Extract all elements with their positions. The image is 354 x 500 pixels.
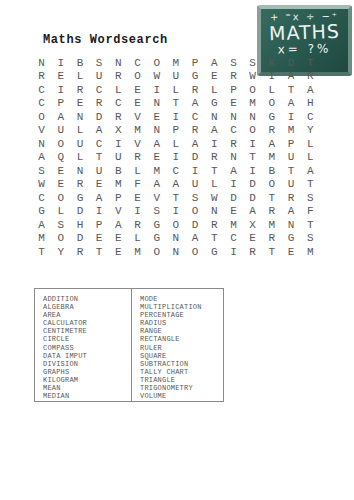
grid-cell: O <box>243 83 262 97</box>
word-list-box: ADDITIONALGEBRAAREACALCULATORCENTIMETREC… <box>34 288 224 402</box>
grid-cell: A <box>205 56 224 70</box>
grid-cell: Q <box>51 151 70 165</box>
grid-cell: N <box>32 137 51 151</box>
grid-cell: N <box>224 151 243 165</box>
grid-cell: C <box>224 124 243 138</box>
grid-cell: O <box>262 178 281 192</box>
grid-cell: A <box>186 97 205 111</box>
grid-cell: I <box>262 70 281 84</box>
chalkboard-symbols-bottom: x= ?% <box>261 41 348 57</box>
grid-cell: G <box>32 205 51 219</box>
grid-cell: T <box>32 245 51 259</box>
grid-cell: X <box>109 124 128 138</box>
grid-cell: R <box>128 151 147 165</box>
grid-cell: S <box>301 191 320 205</box>
grid-cell: M <box>166 56 185 70</box>
grid-cell: I <box>281 110 300 124</box>
word-list-item: RANGE <box>140 327 223 335</box>
grid-cell: O <box>166 218 185 232</box>
grid-cell: C <box>90 137 109 151</box>
grid-cell: W <box>147 70 166 84</box>
grid-cell: O <box>32 110 51 124</box>
grid-cell: R <box>205 218 224 232</box>
grid-cell: O <box>186 205 205 219</box>
grid-cell: A <box>224 164 243 178</box>
word-list-item: CENTIMETRE <box>43 327 131 335</box>
grid-cell: A <box>147 178 166 192</box>
grid-cell: W <box>32 178 51 192</box>
wordsearch-grid: NIBSNCOMPASSKDTRELUROWUGERWIARCIRCLEILRL… <box>32 56 320 259</box>
grid-cell: M <box>224 218 243 232</box>
grid-cell: R <box>262 124 281 138</box>
grid-cell: F <box>128 178 147 192</box>
grid-cell: A <box>243 205 262 219</box>
grid-cell: N <box>70 110 89 124</box>
grid-cell: G <box>147 232 166 246</box>
grid-cell: V <box>128 137 147 151</box>
grid-cell: I <box>51 56 70 70</box>
grid-cell: U <box>90 70 109 84</box>
word-list-item: RADIUS <box>140 319 223 327</box>
grid-cell: N <box>32 56 51 70</box>
grid-cell: A <box>32 218 51 232</box>
grid-cell: T <box>90 151 109 165</box>
grid-cell: R <box>32 70 51 84</box>
grid-cell: Y <box>51 245 70 259</box>
grid-cell: I <box>224 178 243 192</box>
grid-cell: R <box>205 151 224 165</box>
grid-cell: T <box>205 232 224 246</box>
grid-cell: S <box>90 56 109 70</box>
grid-cell: D <box>281 56 300 70</box>
grid-cell: G <box>186 70 205 84</box>
grid-cell: E <box>224 205 243 219</box>
word-list-item: DIVISION <box>43 360 131 368</box>
grid-cell: T <box>301 178 320 192</box>
word-list-item: TRIANGLE <box>140 376 223 384</box>
grid-cell: S <box>32 164 51 178</box>
grid-cell: R <box>224 137 243 151</box>
grid-cell: L <box>109 83 128 97</box>
word-list-item: MEAN <box>43 384 131 392</box>
grid-cell: U <box>166 70 185 84</box>
page-title: Maths Wordsearch <box>43 33 168 47</box>
grid-cell: I <box>51 83 70 97</box>
grid-cell: G <box>281 232 300 246</box>
grid-cell: I <box>243 137 262 151</box>
word-list-item: TALLY CHART <box>140 368 223 376</box>
grid-cell: O <box>262 97 281 111</box>
grid-cell: L <box>166 83 185 97</box>
grid-cell: T <box>262 191 281 205</box>
grid-cell: F <box>301 205 320 219</box>
grid-cell: R <box>243 245 262 259</box>
grid-cell: R <box>262 205 281 219</box>
grid-cell: C <box>186 110 205 124</box>
grid-cell: L <box>205 178 224 192</box>
grid-cell: V <box>147 191 166 205</box>
grid-cell: C <box>109 97 128 111</box>
grid-cell: I <box>186 164 205 178</box>
grid-cell: I <box>90 205 109 219</box>
grid-cell: N <box>281 218 300 232</box>
grid-cell: A <box>301 83 320 97</box>
grid-cell: A <box>51 110 70 124</box>
grid-cell: M <box>243 97 262 111</box>
grid-cell: T <box>281 83 300 97</box>
grid-cell: N <box>147 124 166 138</box>
grid-cell: M <box>32 232 51 246</box>
grid-cell: R <box>70 83 89 97</box>
grid-cell: G <box>205 245 224 259</box>
grid-cell: I <box>128 205 147 219</box>
grid-cell: A <box>281 70 300 84</box>
grid-cell: R <box>186 124 205 138</box>
grid-cell: A <box>32 151 51 165</box>
grid-cell: M <box>128 245 147 259</box>
grid-cell: T <box>90 245 109 259</box>
grid-cell: P <box>109 191 128 205</box>
grid-cell: N <box>70 164 89 178</box>
grid-cell: E <box>90 178 109 192</box>
grid-cell: I <box>205 137 224 151</box>
grid-cell: S <box>243 56 262 70</box>
grid-cell: P <box>224 83 243 97</box>
word-list-item: ALGEBRA <box>43 303 131 311</box>
grid-cell: N <box>147 97 166 111</box>
word-list-item: MULTIPLICATION <box>140 303 223 311</box>
word-list-item: COMPASS <box>43 344 131 352</box>
grid-cell: H <box>70 218 89 232</box>
grid-cell: I <box>166 205 185 219</box>
grid-cell: L <box>128 164 147 178</box>
grid-cell: L <box>301 137 320 151</box>
grid-cell: L <box>166 137 185 151</box>
grid-cell: E <box>243 232 262 246</box>
grid-cell: D <box>186 151 205 165</box>
grid-cell: S <box>224 56 243 70</box>
grid-cell: A <box>109 218 128 232</box>
grid-cell: P <box>186 56 205 70</box>
grid-cell: S <box>147 205 166 219</box>
grid-cell: P <box>90 218 109 232</box>
grid-cell: I <box>147 83 166 97</box>
grid-cell: A <box>281 205 300 219</box>
grid-cell: O <box>243 124 262 138</box>
grid-cell: I <box>166 110 185 124</box>
grid-cell: B <box>262 164 281 178</box>
grid-cell: O <box>51 137 70 151</box>
grid-cell: D <box>243 191 262 205</box>
word-list-item: TRIGONOMETRY <box>140 384 223 392</box>
grid-cell: E <box>147 110 166 124</box>
grid-cell: H <box>301 97 320 111</box>
word-list-item: DATA IMPUT <box>43 352 131 360</box>
grid-cell: A <box>166 178 185 192</box>
grid-cell: G <box>205 97 224 111</box>
grid-cell: M <box>281 124 300 138</box>
grid-cell: T <box>166 97 185 111</box>
grid-cell: B <box>70 56 89 70</box>
grid-cell: E <box>51 178 70 192</box>
word-list-right-column: MODEMULTIPLICATIONPERCENTAGERADIUSRANGER… <box>132 289 223 401</box>
grid-cell: A <box>147 137 166 151</box>
grid-cell: P <box>281 137 300 151</box>
grid-cell: L <box>301 151 320 165</box>
grid-cell: L <box>70 124 89 138</box>
grid-cell: T <box>243 151 262 165</box>
grid-cell: G <box>70 191 89 205</box>
grid-cell: U <box>70 137 89 151</box>
grid-cell: X <box>243 218 262 232</box>
grid-cell: O <box>51 191 70 205</box>
grid-cell: E <box>109 245 128 259</box>
word-list-item: RECTANGLE <box>140 335 223 343</box>
grid-cell: C <box>32 97 51 111</box>
grid-cell: S <box>51 218 70 232</box>
grid-cell: R <box>281 191 300 205</box>
word-list-item: VOLUME <box>140 392 223 400</box>
grid-cell: V <box>128 110 147 124</box>
grid-cell: I <box>224 245 243 259</box>
word-list-item: ADDITION <box>43 295 131 303</box>
grid-cell: E <box>51 164 70 178</box>
grid-cell: C <box>90 83 109 97</box>
grid-cell: E <box>224 97 243 111</box>
grid-cell: D <box>243 178 262 192</box>
grid-cell: L <box>205 83 224 97</box>
grid-cell: E <box>51 70 70 84</box>
grid-cell: U <box>51 124 70 138</box>
word-list-item: CIRCLE <box>43 335 131 343</box>
grid-cell: C <box>32 83 51 97</box>
grid-cell: M <box>301 245 320 259</box>
grid-cell: T <box>301 56 320 70</box>
grid-cell: N <box>243 110 262 124</box>
word-list-item: GRAPHS <box>43 368 131 376</box>
grid-cell: O <box>51 232 70 246</box>
grid-cell: A <box>262 137 281 151</box>
grid-cell: U <box>90 164 109 178</box>
grid-cell: W <box>205 191 224 205</box>
grid-cell: A <box>205 124 224 138</box>
grid-cell: M <box>147 164 166 178</box>
grid-cell: M <box>128 124 147 138</box>
grid-cell: P <box>51 97 70 111</box>
grid-cell: D <box>186 218 205 232</box>
grid-cell: E <box>147 151 166 165</box>
grid-cell: C <box>301 110 320 124</box>
grid-cell: E <box>128 83 147 97</box>
chalkboard-maths-word: MATHS <box>261 20 349 43</box>
grid-cell: O <box>128 70 147 84</box>
grid-cell: U <box>281 151 300 165</box>
grid-cell: A <box>186 232 205 246</box>
word-list-item: SUBTRACTION <box>140 360 223 368</box>
grid-cell: N <box>166 232 185 246</box>
word-list-item: SQUARE <box>140 352 223 360</box>
grid-cell: G <box>147 218 166 232</box>
grid-cell: U <box>281 178 300 192</box>
grid-cell: O <box>147 245 166 259</box>
word-list-item: KILOGRAM <box>43 376 131 384</box>
grid-cell: I <box>109 137 128 151</box>
grid-cell: L <box>262 83 281 97</box>
grid-cell: R <box>262 232 281 246</box>
grid-cell: L <box>70 151 89 165</box>
grid-cell: B <box>109 164 128 178</box>
grid-cell: I <box>243 164 262 178</box>
grid-cell: M <box>262 151 281 165</box>
grid-cell: C <box>32 191 51 205</box>
grid-cell: T <box>262 245 281 259</box>
grid-cell: A <box>186 137 205 151</box>
grid-cell: U <box>109 151 128 165</box>
grid-cell: Y <box>301 124 320 138</box>
word-list-item: AREA <box>43 311 131 319</box>
grid-cell: D <box>224 191 243 205</box>
grid-cell: D <box>70 232 89 246</box>
grid-cell: R <box>70 245 89 259</box>
grid-cell: V <box>109 205 128 219</box>
grid-cell: R <box>70 178 89 192</box>
grid-cell: L <box>128 232 147 246</box>
grid-cell: K <box>262 56 281 70</box>
grid-cell: N <box>205 110 224 124</box>
grid-cell: R <box>90 97 109 111</box>
word-list-left-column: ADDITIONALGEBRAAREACALCULATORCENTIMETREC… <box>35 289 132 401</box>
grid-cell: O <box>186 245 205 259</box>
grid-cell: D <box>70 205 89 219</box>
grid-cell: C <box>224 232 243 246</box>
grid-cell: E <box>281 245 300 259</box>
grid-cell: N <box>224 110 243 124</box>
word-list-item: MEDIAN <box>43 392 131 400</box>
grid-cell: E <box>109 232 128 246</box>
grid-cell: P <box>166 124 185 138</box>
grid-cell: U <box>186 178 205 192</box>
grid-cell: S <box>186 191 205 205</box>
grid-cell: C <box>166 164 185 178</box>
grid-cell: A <box>90 124 109 138</box>
grid-cell: T <box>281 164 300 178</box>
grid-cell: E <box>128 97 147 111</box>
grid-cell: G <box>262 110 281 124</box>
grid-cell: M <box>262 218 281 232</box>
grid-cell: V <box>32 124 51 138</box>
grid-cell: R <box>128 218 147 232</box>
grid-cell: E <box>128 191 147 205</box>
word-list-item: CALCULATOR <box>43 319 131 327</box>
word-list-item: PERCENTAGE <box>140 311 223 319</box>
grid-cell: R <box>109 70 128 84</box>
word-list-item: MODE <box>140 295 223 303</box>
grid-cell: N <box>166 245 185 259</box>
grid-cell: T <box>205 164 224 178</box>
grid-cell: C <box>128 56 147 70</box>
grid-cell: E <box>90 232 109 246</box>
grid-cell: R <box>224 70 243 84</box>
grid-cell: W <box>243 70 262 84</box>
grid-cell: L <box>70 70 89 84</box>
grid-cell: M <box>109 178 128 192</box>
grid-cell: I <box>166 151 185 165</box>
grid-cell: A <box>90 191 109 205</box>
grid-cell: E <box>205 70 224 84</box>
grid-cell: A <box>301 164 320 178</box>
grid-cell: R <box>186 83 205 97</box>
grid-cell: R <box>109 110 128 124</box>
grid-cell: E <box>70 97 89 111</box>
grid-cell: O <box>147 56 166 70</box>
grid-cell: A <box>281 97 300 111</box>
grid-cell: R <box>301 70 320 84</box>
grid-cell: S <box>301 232 320 246</box>
grid-cell: L <box>51 205 70 219</box>
word-list-item: RULER <box>140 344 223 352</box>
grid-cell: N <box>205 205 224 219</box>
grid-cell: T <box>301 218 320 232</box>
grid-cell: T <box>166 191 185 205</box>
grid-cell: D <box>90 110 109 124</box>
grid-cell: N <box>109 56 128 70</box>
